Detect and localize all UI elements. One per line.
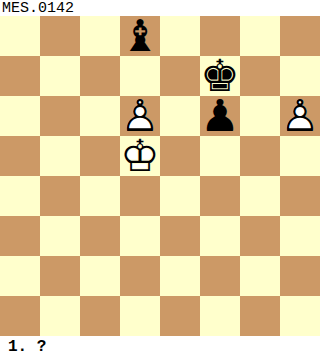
square-h1[interactable] [280,296,320,336]
square-b2[interactable] [40,256,80,296]
square-c3[interactable] [80,216,120,256]
square-c7[interactable] [80,56,120,96]
square-e4[interactable] [160,176,200,216]
square-h2[interactable] [280,256,320,296]
square-d4[interactable] [120,176,160,216]
square-a8[interactable] [0,16,40,56]
square-b8[interactable] [40,16,80,56]
square-f3[interactable] [200,216,240,256]
square-b3[interactable] [40,216,80,256]
square-c6[interactable] [80,96,120,136]
square-c5[interactable] [80,136,120,176]
square-h6[interactable]: ♟♙ [280,96,320,136]
square-d5[interactable]: ♚♔ [120,136,160,176]
square-b1[interactable] [40,296,80,336]
white-pawn: ♟♙ [280,96,320,136]
black-bishop: ♝ [120,16,160,56]
square-g6[interactable] [240,96,280,136]
square-f6[interactable]: ♟ [200,96,240,136]
square-a7[interactable] [0,56,40,96]
square-g2[interactable] [240,256,280,296]
square-h8[interactable] [280,16,320,56]
square-g1[interactable] [240,296,280,336]
square-a2[interactable] [0,256,40,296]
square-f2[interactable] [200,256,240,296]
square-d2[interactable] [120,256,160,296]
square-e8[interactable] [160,16,200,56]
square-f4[interactable] [200,176,240,216]
square-f1[interactable] [200,296,240,336]
square-a4[interactable] [0,176,40,216]
square-c1[interactable] [80,296,120,336]
move-prompt: 1. ? [0,336,320,360]
square-c2[interactable] [80,256,120,296]
puzzle-id: MES.0142 [0,0,320,16]
square-h3[interactable] [280,216,320,256]
square-e7[interactable] [160,56,200,96]
square-a1[interactable] [0,296,40,336]
square-g4[interactable] [240,176,280,216]
chess-board: ♝♚♟♙♟♟♙♚♔ [0,16,320,336]
square-a6[interactable] [0,96,40,136]
square-b5[interactable] [40,136,80,176]
square-c8[interactable] [80,16,120,56]
square-g7[interactable] [240,56,280,96]
square-e2[interactable] [160,256,200,296]
square-d8[interactable]: ♝ [120,16,160,56]
square-e1[interactable] [160,296,200,336]
square-g3[interactable] [240,216,280,256]
square-a3[interactable] [0,216,40,256]
square-h5[interactable] [280,136,320,176]
chess-puzzle-window: MES.0142 ♝♚♟♙♟♟♙♚♔ 1. ? [0,0,320,360]
square-f5[interactable] [200,136,240,176]
square-c4[interactable] [80,176,120,216]
square-g8[interactable] [240,16,280,56]
square-a5[interactable] [0,136,40,176]
square-e6[interactable] [160,96,200,136]
square-d1[interactable] [120,296,160,336]
square-g5[interactable] [240,136,280,176]
black-pawn: ♟ [200,96,240,136]
square-d3[interactable] [120,216,160,256]
square-b7[interactable] [40,56,80,96]
square-b4[interactable] [40,176,80,216]
square-e5[interactable] [160,136,200,176]
square-h4[interactable] [280,176,320,216]
white-king: ♚♔ [120,136,160,176]
square-e3[interactable] [160,216,200,256]
square-b6[interactable] [40,96,80,136]
